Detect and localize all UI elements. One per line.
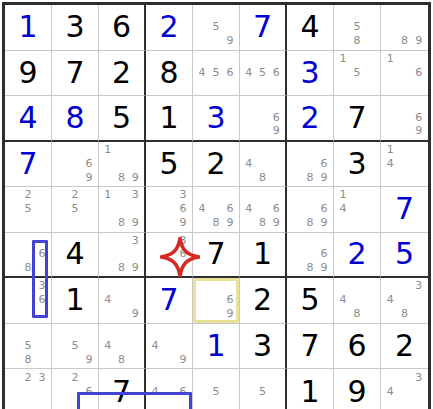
given-digit: 3 xyxy=(52,5,98,50)
candidate-4: 4 xyxy=(148,338,162,352)
solved-digit: 5 xyxy=(381,233,428,277)
candidate-8: 8 xyxy=(256,170,270,184)
cell-r3c5[interactable]: 3 xyxy=(193,96,240,142)
cell-r9c8[interactable]: 9 xyxy=(334,369,381,409)
pencil-marks: 69 xyxy=(193,278,239,323)
solved-digit: 2 xyxy=(287,96,333,140)
cell-r2c2[interactable]: 7 xyxy=(52,51,99,97)
cell-r6c9[interactable]: 5 xyxy=(381,233,428,279)
pencil-marks: 689 xyxy=(287,233,333,277)
given-digit: 3 xyxy=(240,324,285,369)
candidate-4: 4 xyxy=(101,338,115,352)
cell-r8c8[interactable]: 6 xyxy=(334,324,381,370)
candidate-5: 5 xyxy=(209,20,223,34)
pencil-marks: 389 xyxy=(99,233,144,277)
cell-r9c7[interactable]: 1 xyxy=(287,369,334,409)
cell-r1c8[interactable]: 58 xyxy=(334,5,381,51)
pencil-marks: 49 xyxy=(146,324,192,369)
pencil-marks: 59 xyxy=(193,5,239,50)
cell-r3c1[interactable]: 4 xyxy=(5,96,52,142)
cell-r3c7[interactable]: 2 xyxy=(287,96,334,142)
pencil-marks: 25 xyxy=(52,187,98,232)
given-digit: 3 xyxy=(334,142,380,187)
candidate-6: 6 xyxy=(269,111,283,125)
cell-r4c9[interactable]: 14 xyxy=(381,142,428,188)
candidate-3: 3 xyxy=(128,188,142,202)
cell-r2c8[interactable]: 15 xyxy=(334,51,381,97)
candidate-6: 6 xyxy=(412,111,426,125)
cell-r4c8[interactable]: 3 xyxy=(334,142,381,188)
candidate-3: 3 xyxy=(412,279,426,293)
solved-digit: 7 xyxy=(146,278,192,323)
cell-r9c4[interactable]: 46 xyxy=(146,369,193,409)
candidate-6: 6 xyxy=(317,247,331,261)
candidate-4: 4 xyxy=(195,202,209,216)
candidate-4: 4 xyxy=(148,384,162,398)
cell-r7c9[interactable]: 348 xyxy=(381,278,428,324)
candidate-9: 9 xyxy=(128,261,142,275)
pencil-marks: 1389 xyxy=(99,187,144,232)
cell-r4c7[interactable]: 689 xyxy=(287,142,334,188)
candidate-4: 4 xyxy=(242,202,256,216)
cell-r3c3[interactable]: 5 xyxy=(99,96,146,142)
pencil-marks: 23 xyxy=(5,369,51,409)
solved-digit: 7 xyxy=(5,142,51,187)
pencil-marks: 456 xyxy=(193,51,239,96)
pencil-marks: 369 xyxy=(146,187,192,232)
given-digit: 1 xyxy=(146,96,192,140)
cell-r8c4[interactable]: 49 xyxy=(146,324,193,370)
cell-r5c2[interactable]: 25 xyxy=(52,187,99,233)
candidate-8: 8 xyxy=(115,216,129,230)
cell-r1c6[interactable]: 7 xyxy=(240,5,287,51)
given-digit: 7 xyxy=(193,233,239,277)
candidate-1: 1 xyxy=(383,52,397,66)
cell-r2c9[interactable]: 16 xyxy=(381,51,428,97)
cell-r7c7[interactable]: 5 xyxy=(287,278,334,324)
candidate-6: 6 xyxy=(317,156,331,170)
cell-r8c3[interactable]: 48 xyxy=(99,324,146,370)
cell-r6c2[interactable]: 4 xyxy=(52,233,99,279)
candidate-5: 5 xyxy=(256,384,270,398)
candidate-8: 8 xyxy=(21,261,35,275)
candidate-8: 8 xyxy=(397,307,411,321)
pencil-marks: 36 xyxy=(146,233,192,277)
given-digit: 7 xyxy=(52,51,98,96)
given-digit: 5 xyxy=(99,96,144,140)
candidate-9: 9 xyxy=(269,216,283,230)
pencil-marks: 189 xyxy=(99,142,144,187)
candidate-5: 5 xyxy=(68,202,82,216)
candidate-8: 8 xyxy=(115,261,129,275)
given-digit: 4 xyxy=(52,233,98,277)
pencil-marks: 14 xyxy=(334,187,380,232)
candidate-6: 6 xyxy=(82,384,96,398)
pencil-marks: 4689 xyxy=(193,187,239,232)
given-digit: 6 xyxy=(99,5,144,50)
pencil-marks: 58 xyxy=(5,324,51,369)
cell-r1c1[interactable]: 1 xyxy=(5,5,52,51)
candidate-6: 6 xyxy=(176,384,190,398)
pencil-marks: 348 xyxy=(381,278,428,323)
cell-r5c9[interactable]: 7 xyxy=(381,187,428,233)
candidate-3: 3 xyxy=(176,188,190,202)
solved-digit: 2 xyxy=(146,5,192,50)
candidate-9: 9 xyxy=(269,124,283,138)
candidate-9: 9 xyxy=(223,216,237,230)
solved-digit: 1 xyxy=(193,324,239,369)
given-digit: 1 xyxy=(52,278,98,323)
pencil-marks: 34 xyxy=(381,369,428,409)
candidate-1: 1 xyxy=(336,52,350,66)
cell-r9c1[interactable]: 23 xyxy=(5,369,52,409)
pencil-marks: 36 xyxy=(5,278,51,323)
candidate-5: 5 xyxy=(209,65,223,79)
cell-r3c8[interactable]: 7 xyxy=(334,96,381,142)
given-digit: 9 xyxy=(334,369,380,409)
cell-r2c6[interactable]: 456 xyxy=(240,51,287,97)
candidate-8: 8 xyxy=(303,170,317,184)
candidate-5: 5 xyxy=(68,338,82,352)
pencil-marks: 58 xyxy=(334,5,380,50)
cell-r3c9[interactable]: 69 xyxy=(381,96,428,142)
pencil-marks: 689 xyxy=(287,142,333,187)
cell-r5c8[interactable]: 14 xyxy=(334,187,381,233)
cell-r9c2[interactable]: 26 xyxy=(52,369,99,409)
pencil-marks: 15 xyxy=(334,51,380,96)
candidate-8: 8 xyxy=(397,34,411,48)
candidate-6: 6 xyxy=(269,65,283,79)
candidate-9: 9 xyxy=(128,307,142,321)
candidate-9: 9 xyxy=(176,352,190,366)
given-digit: 6 xyxy=(334,324,380,369)
candidate-3: 3 xyxy=(176,234,190,248)
cell-r6c8[interactable]: 2 xyxy=(334,233,381,279)
cell-r5c6[interactable]: 4689 xyxy=(240,187,287,233)
pencil-marks: 69 xyxy=(52,142,98,187)
candidate-9: 9 xyxy=(82,170,96,184)
solved-digit: 7 xyxy=(381,187,428,232)
candidate-8: 8 xyxy=(350,307,364,321)
candidate-3: 3 xyxy=(35,279,49,293)
cell-r6c5[interactable]: 7 xyxy=(193,233,240,279)
cell-r1c7[interactable]: 4 xyxy=(287,5,334,51)
cell-r6c6[interactable]: 1 xyxy=(240,233,287,279)
pencil-marks: 49 xyxy=(99,278,144,323)
candidate-5: 5 xyxy=(21,338,35,352)
candidate-4: 4 xyxy=(242,65,256,79)
candidate-8: 8 xyxy=(256,216,270,230)
cell-r5c3[interactable]: 1389 xyxy=(99,187,146,233)
candidate-4: 4 xyxy=(383,384,397,398)
given-digit: 5 xyxy=(287,278,333,323)
cell-r4c3[interactable]: 189 xyxy=(99,142,146,188)
cell-r7c6[interactable]: 2 xyxy=(240,278,287,324)
cell-r9c6[interactable]: 5 xyxy=(240,369,287,409)
candidate-3: 3 xyxy=(412,370,426,384)
candidate-1: 1 xyxy=(336,188,350,202)
given-digit: 2 xyxy=(381,324,428,369)
pencil-marks: 25 xyxy=(5,187,51,232)
pencil-marks: 48 xyxy=(99,324,144,369)
cell-r9c3[interactable]: 7 xyxy=(99,369,146,409)
candidate-2: 2 xyxy=(68,370,82,384)
given-digit: 1 xyxy=(240,233,285,277)
cell-r1c4[interactable]: 2 xyxy=(146,5,193,51)
candidate-6: 6 xyxy=(35,247,49,261)
candidate-8: 8 xyxy=(21,352,35,366)
pencil-marks: 456 xyxy=(240,51,285,96)
candidate-2: 2 xyxy=(21,188,35,202)
cell-r2c5[interactable]: 456 xyxy=(193,51,240,97)
cell-r7c1[interactable]: 36 xyxy=(5,278,52,324)
solved-digit: 2 xyxy=(334,233,380,277)
candidate-6: 6 xyxy=(269,202,283,216)
candidate-2: 2 xyxy=(21,370,35,384)
cell-r9c5[interactable]: 5 xyxy=(193,369,240,409)
pencil-marks: 69 xyxy=(240,96,285,140)
candidate-6: 6 xyxy=(223,293,237,307)
candidate-3: 3 xyxy=(35,370,49,384)
cell-r3c4[interactable]: 1 xyxy=(146,96,193,142)
candidate-9: 9 xyxy=(317,170,331,184)
candidate-8: 8 xyxy=(350,34,364,48)
candidate-3: 3 xyxy=(128,234,142,248)
candidate-9: 9 xyxy=(128,170,142,184)
pencil-marks: 69 xyxy=(381,96,428,140)
cell-r1c9[interactable]: 89 xyxy=(381,5,428,51)
solved-digit: 4 xyxy=(5,96,51,140)
cell-r6c7[interactable]: 689 xyxy=(287,233,334,279)
cell-r6c3[interactable]: 389 xyxy=(99,233,146,279)
candidate-8: 8 xyxy=(303,261,317,275)
cell-r8c9[interactable]: 2 xyxy=(381,324,428,370)
candidate-2: 2 xyxy=(68,188,82,202)
pencil-marks: 48 xyxy=(334,278,380,323)
candidate-6: 6 xyxy=(223,202,237,216)
cell-r2c3[interactable]: 2 xyxy=(99,51,146,97)
solved-digit: 7 xyxy=(240,5,285,50)
cell-r3c2[interactable]: 8 xyxy=(52,96,99,142)
candidate-9: 9 xyxy=(223,307,237,321)
candidate-4: 4 xyxy=(101,293,115,307)
candidate-5: 5 xyxy=(350,65,364,79)
pencil-marks: 48 xyxy=(240,142,285,187)
cell-r8c6[interactable]: 3 xyxy=(240,324,287,370)
candidate-9: 9 xyxy=(317,216,331,230)
candidate-6: 6 xyxy=(82,156,96,170)
cell-r5c4[interactable]: 369 xyxy=(146,187,193,233)
cell-r8c2[interactable]: 59 xyxy=(52,324,99,370)
cell-r5c1[interactable]: 25 xyxy=(5,187,52,233)
sudoku-app: 1362597458899728456456315164851369276976… xyxy=(0,0,433,409)
given-digit: 8 xyxy=(146,51,192,96)
candidate-6: 6 xyxy=(35,293,49,307)
cell-r8c1[interactable]: 58 xyxy=(5,324,52,370)
given-digit: 5 xyxy=(146,142,192,187)
sudoku-board: 1362597458899728456456315164851369276976… xyxy=(2,2,431,409)
candidate-9: 9 xyxy=(128,216,142,230)
cell-r6c1[interactable]: 68 xyxy=(5,233,52,279)
candidate-6: 6 xyxy=(176,247,190,261)
cell-r8c5[interactable]: 1 xyxy=(193,324,240,370)
cell-r7c4[interactable]: 7 xyxy=(146,278,193,324)
pencil-marks: 46 xyxy=(146,369,192,409)
candidate-9: 9 xyxy=(82,352,96,366)
candidate-9: 9 xyxy=(223,34,237,48)
candidate-4: 4 xyxy=(383,156,397,170)
cell-r2c4[interactable]: 8 xyxy=(146,51,193,97)
candidate-4: 4 xyxy=(383,293,397,307)
given-digit: 2 xyxy=(240,278,285,323)
pencil-marks: 89 xyxy=(381,5,428,50)
cell-r6c4[interactable]: 36 xyxy=(146,233,193,279)
candidate-1: 1 xyxy=(383,143,397,157)
candidate-4: 4 xyxy=(195,65,209,79)
candidate-9: 9 xyxy=(412,34,426,48)
candidate-5: 5 xyxy=(256,65,270,79)
cell-r7c8[interactable]: 48 xyxy=(334,278,381,324)
given-digit: 4 xyxy=(287,5,333,50)
pencil-marks: 4689 xyxy=(240,187,285,232)
cell-r4c4[interactable]: 5 xyxy=(146,142,193,188)
candidate-6: 6 xyxy=(223,65,237,79)
candidate-4: 4 xyxy=(336,293,350,307)
given-digit: 1 xyxy=(287,369,333,409)
candidate-6: 6 xyxy=(412,65,426,79)
pencil-marks: 689 xyxy=(287,187,333,232)
solved-digit: 8 xyxy=(52,96,98,140)
cell-r7c3[interactable]: 49 xyxy=(99,278,146,324)
candidate-5: 5 xyxy=(209,384,223,398)
given-digit: 7 xyxy=(99,369,144,409)
pencil-marks: 16 xyxy=(381,51,428,96)
cell-r7c2[interactable]: 1 xyxy=(52,278,99,324)
solved-digit: 3 xyxy=(193,96,239,140)
candidate-5: 5 xyxy=(350,20,364,34)
candidate-5: 5 xyxy=(21,202,35,216)
cell-r4c5[interactable]: 2 xyxy=(193,142,240,188)
cell-r7c5[interactable]: 69 xyxy=(193,278,240,324)
cell-r4c2[interactable]: 69 xyxy=(52,142,99,188)
cell-r9c9[interactable]: 34 xyxy=(381,369,428,409)
candidate-8: 8 xyxy=(209,216,223,230)
candidate-6: 6 xyxy=(176,202,190,216)
solved-digit: 1 xyxy=(5,5,51,50)
candidate-8: 8 xyxy=(115,170,129,184)
pencil-marks: 68 xyxy=(5,233,51,277)
given-digit: 2 xyxy=(193,142,239,187)
given-digit: 7 xyxy=(334,96,380,140)
pencil-marks: 14 xyxy=(381,142,428,187)
cell-r3c6[interactable]: 69 xyxy=(240,96,287,142)
pencil-marks: 5 xyxy=(240,369,285,409)
candidate-1: 1 xyxy=(101,143,115,157)
given-digit: 7 xyxy=(287,324,333,369)
given-digit: 2 xyxy=(99,51,144,96)
cell-r1c3[interactable]: 6 xyxy=(99,5,146,51)
cell-r1c2[interactable]: 3 xyxy=(52,5,99,51)
candidate-8: 8 xyxy=(303,216,317,230)
cell-r2c7[interactable]: 3 xyxy=(287,51,334,97)
candidate-4: 4 xyxy=(336,202,350,216)
candidate-9: 9 xyxy=(317,261,331,275)
cell-r1c5[interactable]: 59 xyxy=(193,5,240,51)
candidate-1: 1 xyxy=(101,188,115,202)
solved-digit: 3 xyxy=(287,51,333,96)
candidate-9: 9 xyxy=(412,124,426,138)
cell-r4c6[interactable]: 48 xyxy=(240,142,287,188)
given-digit: 9 xyxy=(5,51,51,96)
candidate-9: 9 xyxy=(176,216,190,230)
cell-r2c1[interactable]: 9 xyxy=(5,51,52,97)
cell-r8c7[interactable]: 7 xyxy=(287,324,334,370)
pencil-marks: 26 xyxy=(52,369,98,409)
cell-r4c1[interactable]: 7 xyxy=(5,142,52,188)
candidate-8: 8 xyxy=(115,352,129,366)
candidate-6: 6 xyxy=(317,202,331,216)
cell-r5c5[interactable]: 4689 xyxy=(193,187,240,233)
pencil-marks: 59 xyxy=(52,324,98,369)
candidate-4: 4 xyxy=(242,156,256,170)
pencil-marks: 5 xyxy=(193,369,239,409)
cell-r5c7[interactable]: 689 xyxy=(287,187,334,233)
